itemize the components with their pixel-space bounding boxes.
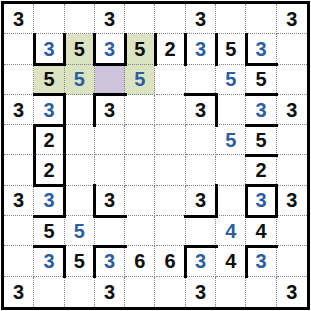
clue-number: 3	[195, 190, 206, 210]
cell-2-2[interactable]: 5	[65, 65, 95, 95]
cell-3-8[interactable]: 3	[246, 95, 276, 125]
cell-5-3[interactable]	[95, 156, 125, 186]
cell-9-5[interactable]	[156, 277, 186, 307]
clue-number: 3	[43, 251, 54, 271]
cell-6-1[interactable]: 3	[34, 186, 64, 216]
clue-number: 4	[225, 251, 236, 271]
drawn-wall-segment[interactable]	[245, 154, 278, 157]
cell-0-4[interactable]	[125, 4, 155, 34]
drawn-wall-segment[interactable]	[63, 184, 66, 217]
cell-8-1[interactable]: 3	[34, 246, 64, 276]
clue-number: 5	[74, 251, 85, 271]
clue-number: 6	[134, 251, 145, 271]
clue-number: 3	[255, 100, 266, 120]
cell-8-8[interactable]: 3	[246, 246, 276, 276]
clue-number: 3	[255, 251, 266, 271]
drawn-wall-segment[interactable]	[93, 215, 126, 218]
cell-5-7[interactable]	[216, 156, 246, 186]
drawn-wall-segment[interactable]	[245, 124, 278, 127]
drawn-wall-segment[interactable]	[245, 245, 248, 278]
cell-1-1[interactable]: 3	[34, 34, 64, 64]
clue-number: 3	[43, 39, 54, 59]
drawn-wall-segment[interactable]	[93, 184, 96, 217]
drawn-wall-segment[interactable]	[33, 215, 66, 218]
clue-number: 5	[225, 69, 236, 89]
drawn-wall-segment[interactable]	[245, 184, 248, 217]
cell-7-2[interactable]: 5	[65, 216, 95, 246]
cell-4-3[interactable]	[95, 125, 125, 155]
cell-7-9[interactable]	[277, 216, 307, 246]
cell-7-7[interactable]: 4	[216, 216, 246, 246]
clue-number: 3	[255, 39, 266, 59]
cell-1-4[interactable]: 5	[125, 34, 155, 64]
cell-7-8[interactable]: 4	[246, 216, 276, 246]
drawn-wall-segment[interactable]	[215, 184, 218, 217]
cell-7-3[interactable]	[95, 216, 125, 246]
clue-number: 2	[165, 39, 176, 59]
cell-6-5[interactable]	[156, 186, 186, 216]
cell-0-5[interactable]	[156, 4, 186, 34]
drawn-wall-segment[interactable]	[93, 93, 96, 126]
cell-1-2[interactable]: 5	[65, 34, 95, 64]
cell-1-5[interactable]: 2	[156, 34, 186, 64]
clue-number: 3	[13, 282, 24, 302]
cell-1-3[interactable]: 3	[95, 34, 125, 64]
cell-4-2[interactable]	[65, 125, 95, 155]
clue-number: 6	[165, 251, 176, 271]
clue-number: 3	[104, 190, 115, 210]
cell-8-2[interactable]: 5	[65, 246, 95, 276]
clue-number: 5	[43, 69, 54, 89]
clue-number: 5	[74, 39, 85, 59]
selected-cell[interactable]	[95, 65, 125, 95]
cell-4-0[interactable]	[4, 125, 34, 155]
drawn-wall-segment[interactable]	[184, 245, 217, 248]
clue-number: 3	[195, 282, 206, 302]
cell-4-5[interactable]	[156, 125, 186, 155]
cell-9-6[interactable]: 3	[186, 277, 216, 307]
drawn-wall-segment[interactable]	[33, 33, 36, 66]
drawn-wall-segment[interactable]	[245, 63, 278, 66]
cell-3-9[interactable]: 3	[277, 95, 307, 125]
cell-0-2[interactable]	[65, 4, 95, 34]
drawn-wall-segment[interactable]	[63, 33, 66, 66]
clue-number: 3	[13, 190, 24, 210]
cell-2-5[interactable]	[156, 65, 186, 95]
clue-number: 5	[74, 221, 85, 241]
cell-5-1[interactable]: 2	[34, 156, 64, 186]
cell-8-4[interactable]: 6	[125, 246, 155, 276]
drawn-wall-segment[interactable]	[63, 245, 66, 278]
clue-number: 3	[286, 282, 297, 302]
cell-4-6[interactable]	[186, 125, 216, 155]
clue-number: 2	[43, 130, 54, 150]
cell-3-4[interactable]	[125, 95, 155, 125]
cell-0-6[interactable]: 3	[186, 4, 216, 34]
cell-4-9[interactable]	[277, 125, 307, 155]
drawn-wall-segment[interactable]	[184, 93, 217, 96]
clue-number: 3	[195, 39, 206, 59]
cell-7-4[interactable]	[125, 216, 155, 246]
drawn-wall-segment[interactable]	[33, 124, 66, 127]
cell-6-2[interactable]	[65, 186, 95, 216]
drawn-wall-segment[interactable]	[93, 63, 126, 66]
drawn-wall-segment[interactable]	[93, 93, 126, 96]
clue-number: 3	[104, 251, 115, 271]
clue-number: 3	[13, 100, 24, 120]
cell-2-7[interactable]: 5	[216, 65, 246, 95]
drawn-wall-segment[interactable]	[33, 184, 66, 187]
drawn-wall-segment[interactable]	[245, 184, 278, 187]
cell-2-6[interactable]	[186, 65, 216, 95]
cell-2-8[interactable]: 5	[246, 65, 276, 95]
clue-number: 5	[74, 69, 85, 89]
cell-9-4[interactable]	[125, 277, 155, 307]
cell-6-7[interactable]	[216, 186, 246, 216]
cell-3-6[interactable]: 3	[186, 95, 216, 125]
cell-9-7[interactable]	[216, 277, 246, 307]
drawn-wall-segment[interactable]	[215, 33, 218, 66]
cell-3-2[interactable]	[65, 95, 95, 125]
drawn-wall-segment[interactable]	[245, 245, 278, 248]
drawn-wall-segment[interactable]	[245, 215, 278, 218]
drawn-wall-segment[interactable]	[215, 93, 218, 126]
drawn-wall-segment[interactable]	[154, 33, 157, 66]
cell-9-2[interactable]	[65, 277, 95, 307]
cell-3-5[interactable]	[156, 95, 186, 125]
drawn-wall-segment[interactable]	[63, 124, 66, 157]
drawn-wall-segment[interactable]	[63, 154, 66, 187]
drawn-wall-segment[interactable]	[184, 33, 187, 66]
cell-6-0[interactable]: 3	[4, 186, 34, 216]
cell-0-8[interactable]	[246, 4, 276, 34]
drawn-wall-segment[interactable]	[33, 154, 36, 187]
clue-number: 3	[286, 100, 297, 120]
clue-number: 5	[225, 39, 236, 59]
drawn-wall-segment[interactable]	[63, 93, 66, 126]
clue-number: 3	[43, 190, 54, 210]
puzzle-board: 3333353523535555533333325522333333554435…	[1, 1, 310, 310]
cell-8-7[interactable]: 4	[216, 246, 246, 276]
cell-8-5[interactable]: 6	[156, 246, 186, 276]
clue-number: 3	[104, 9, 115, 29]
cell-5-6[interactable]	[186, 156, 216, 186]
drawn-wall-segment[interactable]	[33, 63, 66, 66]
cell-8-9[interactable]	[277, 246, 307, 276]
cell-4-8[interactable]: 5	[246, 125, 276, 155]
cell-5-0[interactable]	[4, 156, 34, 186]
cell-5-2[interactable]	[65, 156, 95, 186]
cell-9-8[interactable]	[246, 277, 276, 307]
drawn-wall-segment[interactable]	[184, 245, 187, 278]
clue-number: 3	[286, 9, 297, 29]
drawn-wall-segment[interactable]	[33, 124, 36, 157]
drawn-wall-segment[interactable]	[93, 245, 126, 248]
clue-number: 4	[225, 221, 236, 241]
cell-2-4[interactable]: 5	[125, 65, 155, 95]
drawn-wall-segment[interactable]	[93, 245, 96, 278]
cell-9-9[interactable]: 3	[277, 277, 307, 307]
clue-number: 3	[104, 282, 115, 302]
cell-5-5[interactable]	[156, 156, 186, 186]
cell-9-0[interactable]: 3	[4, 277, 34, 307]
cell-7-5[interactable]	[156, 216, 186, 246]
clue-number: 5	[255, 130, 266, 150]
cell-5-4[interactable]	[125, 156, 155, 186]
cell-6-3[interactable]: 3	[95, 186, 125, 216]
drawn-wall-segment[interactable]	[245, 93, 278, 96]
cell-3-3[interactable]: 3	[95, 95, 125, 125]
cell-5-8[interactable]: 2	[246, 156, 276, 186]
cell-9-1[interactable]	[34, 277, 64, 307]
cell-8-3[interactable]: 3	[95, 246, 125, 276]
drawn-wall-segment[interactable]	[33, 245, 66, 248]
clue-number: 5	[255, 69, 266, 89]
clue-number: 3	[195, 9, 206, 29]
cell-7-1[interactable]: 5	[34, 216, 64, 246]
cell-2-9[interactable]	[277, 65, 307, 95]
clue-number: 2	[255, 160, 266, 180]
cell-6-6[interactable]: 3	[186, 186, 216, 216]
cell-2-0[interactable]	[4, 65, 34, 95]
cell-1-7[interactable]: 5	[216, 34, 246, 64]
clue-number: 5	[134, 69, 145, 89]
clue-number: 3	[195, 251, 206, 271]
cell-8-0[interactable]	[4, 246, 34, 276]
drawn-wall-segment[interactable]	[275, 184, 278, 217]
cell-6-4[interactable]	[125, 186, 155, 216]
drawn-wall-segment[interactable]	[124, 33, 127, 66]
cell-3-7[interactable]	[216, 95, 246, 125]
cell-5-9[interactable]	[277, 156, 307, 186]
cell-3-0[interactable]: 3	[4, 95, 34, 125]
clue-number: 5	[43, 221, 54, 241]
clue-number: 3	[255, 190, 266, 210]
clue-number: 5	[134, 39, 145, 59]
cell-7-0[interactable]	[4, 216, 34, 246]
clue-number: 4	[255, 221, 266, 241]
drawn-wall-segment[interactable]	[184, 215, 217, 218]
clue-number: 2	[43, 160, 54, 180]
cell-0-7[interactable]	[216, 4, 246, 34]
clue-number: 3	[43, 100, 54, 120]
clue-number: 3	[104, 39, 115, 59]
cell-2-1[interactable]: 5	[34, 65, 64, 95]
clue-number: 3	[13, 9, 24, 29]
cell-6-9[interactable]: 3	[277, 186, 307, 216]
drawn-wall-segment[interactable]	[33, 93, 66, 96]
drawn-wall-segment[interactable]	[245, 33, 248, 66]
clue-number: 3	[104, 100, 115, 120]
cell-0-9[interactable]: 3	[277, 4, 307, 34]
cell-6-8[interactable]: 3	[246, 186, 276, 216]
clue-number: 5	[225, 130, 236, 150]
cell-0-0[interactable]: 3	[4, 4, 34, 34]
cell-0-3[interactable]: 3	[95, 4, 125, 34]
puzzle-screen: 3333353523535555533333325522333333554435…	[0, 0, 311, 311]
cell-1-6[interactable]: 3	[186, 34, 216, 64]
cell-4-1[interactable]: 2	[34, 125, 64, 155]
cell-1-8[interactable]: 3	[246, 34, 276, 64]
cell-9-3[interactable]: 3	[95, 277, 125, 307]
cell-7-6[interactable]	[186, 216, 216, 246]
cell-1-0[interactable]	[4, 34, 34, 64]
cell-1-9[interactable]	[277, 34, 307, 64]
cell-4-7[interactable]: 5	[216, 125, 246, 155]
cell-4-4[interactable]	[125, 125, 155, 155]
cell-8-6[interactable]: 3	[186, 246, 216, 276]
clue-number: 3	[195, 100, 206, 120]
cell-0-1[interactable]	[34, 4, 64, 34]
clue-number: 3	[286, 190, 297, 210]
drawn-wall-segment[interactable]	[93, 33, 96, 66]
cell-3-1[interactable]: 3	[34, 95, 64, 125]
